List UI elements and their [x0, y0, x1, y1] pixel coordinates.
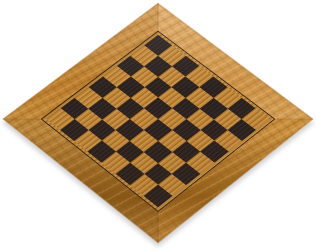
chess-board	[2, 3, 313, 243]
product-photo-scene	[0, 0, 316, 250]
playing-area-border	[41, 31, 276, 212]
